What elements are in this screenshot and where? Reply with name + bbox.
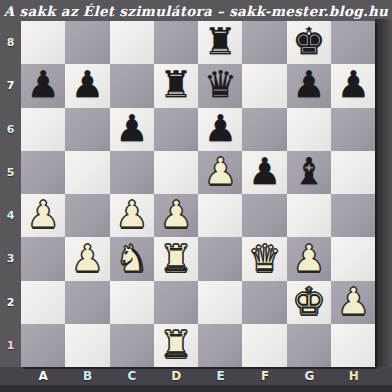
square-h3[interactable] bbox=[331, 237, 375, 280]
square-b8[interactable] bbox=[65, 21, 109, 64]
square-a1[interactable] bbox=[21, 324, 65, 367]
square-a5[interactable] bbox=[21, 151, 65, 194]
square-c4[interactable]: ♟ bbox=[110, 194, 154, 237]
white-knight-c3[interactable]: ♞ bbox=[115, 240, 148, 277]
square-a3[interactable] bbox=[21, 237, 65, 280]
frame-right-bevel bbox=[375, 19, 392, 392]
white-pawn-d4[interactable]: ♟ bbox=[159, 196, 192, 233]
file-labels: ABCDEFGH bbox=[21, 368, 376, 384]
square-g6[interactable] bbox=[287, 108, 331, 151]
square-e8[interactable]: ♜ bbox=[198, 21, 242, 64]
square-d6[interactable] bbox=[154, 108, 198, 151]
file-label-g: G bbox=[287, 368, 331, 384]
square-a6[interactable] bbox=[21, 108, 65, 151]
rank-labels: 87654321 bbox=[0, 21, 21, 367]
square-h1[interactable] bbox=[331, 324, 375, 367]
square-g7[interactable]: ♟ bbox=[287, 64, 331, 107]
black-pawn-e6[interactable]: ♟ bbox=[204, 110, 237, 147]
chess-board: ♜♚♟♟♜♛♟♟♟♟♟♟♝♟♟♟♟♞♜♛♟♚♟♜ bbox=[21, 21, 375, 367]
title-bar: A sakk az Élet szimulátora – sakk-mester… bbox=[0, 0, 392, 21]
square-g5[interactable]: ♝ bbox=[287, 151, 331, 194]
black-rook-e8[interactable]: ♜ bbox=[204, 23, 237, 60]
square-g2[interactable]: ♚ bbox=[287, 281, 331, 324]
rank-label-5: 5 bbox=[0, 151, 21, 194]
square-e1[interactable] bbox=[198, 324, 242, 367]
black-pawn-f5[interactable]: ♟ bbox=[248, 153, 281, 190]
square-d4[interactable]: ♟ bbox=[154, 194, 198, 237]
square-f5[interactable]: ♟ bbox=[242, 151, 286, 194]
square-f6[interactable] bbox=[242, 108, 286, 151]
rank-label-2: 2 bbox=[0, 281, 21, 324]
square-b2[interactable] bbox=[65, 281, 109, 324]
black-bishop-g5[interactable]: ♝ bbox=[292, 153, 325, 190]
square-e6[interactable]: ♟ bbox=[198, 108, 242, 151]
square-h2[interactable]: ♟ bbox=[331, 281, 375, 324]
square-c5[interactable] bbox=[110, 151, 154, 194]
square-g4[interactable] bbox=[287, 194, 331, 237]
square-e4[interactable] bbox=[198, 194, 242, 237]
rank-label-1: 1 bbox=[0, 324, 21, 367]
black-pawn-a7[interactable]: ♟ bbox=[27, 66, 60, 103]
file-label-f: F bbox=[243, 368, 287, 384]
white-pawn-a4[interactable]: ♟ bbox=[27, 196, 60, 233]
square-h7[interactable]: ♟ bbox=[331, 64, 375, 107]
square-b6[interactable] bbox=[65, 108, 109, 151]
square-b1[interactable] bbox=[65, 324, 109, 367]
square-f3[interactable]: ♛ bbox=[242, 237, 286, 280]
square-a2[interactable] bbox=[21, 281, 65, 324]
square-d1[interactable]: ♜ bbox=[154, 324, 198, 367]
chess-widget: A sakk az Élet szimulátora – sakk-mester… bbox=[0, 0, 392, 392]
rank-label-4: 4 bbox=[0, 194, 21, 237]
file-label-e: E bbox=[199, 368, 243, 384]
square-h8[interactable] bbox=[331, 21, 375, 64]
white-rook-d3[interactable]: ♜ bbox=[159, 240, 192, 277]
rank-label-6: 6 bbox=[0, 108, 21, 151]
white-pawn-b3[interactable]: ♟ bbox=[71, 240, 104, 277]
square-f2[interactable] bbox=[242, 281, 286, 324]
square-d8[interactable] bbox=[154, 21, 198, 64]
file-label-b: B bbox=[65, 368, 109, 384]
frame-bottom-bevel bbox=[0, 385, 392, 392]
rank-label-3: 3 bbox=[0, 237, 21, 280]
square-b5[interactable] bbox=[65, 151, 109, 194]
file-label-d: D bbox=[154, 368, 198, 384]
white-pawn-c4[interactable]: ♟ bbox=[115, 196, 148, 233]
square-f7[interactable] bbox=[242, 64, 286, 107]
black-pawn-c6[interactable]: ♟ bbox=[115, 110, 148, 147]
square-d2[interactable] bbox=[154, 281, 198, 324]
rank-label-7: 7 bbox=[0, 64, 21, 107]
white-rook-d1[interactable]: ♜ bbox=[159, 326, 192, 363]
square-d3[interactable]: ♜ bbox=[154, 237, 198, 280]
white-pawn-e5[interactable]: ♟ bbox=[204, 153, 237, 190]
square-g8[interactable]: ♚ bbox=[287, 21, 331, 64]
black-rook-d7[interactable]: ♜ bbox=[159, 66, 192, 103]
square-e2[interactable] bbox=[198, 281, 242, 324]
square-b3[interactable]: ♟ bbox=[65, 237, 109, 280]
square-c2[interactable] bbox=[110, 281, 154, 324]
square-b7[interactable]: ♟ bbox=[65, 64, 109, 107]
black-queen-e7[interactable]: ♛ bbox=[204, 66, 237, 103]
square-f1[interactable] bbox=[242, 324, 286, 367]
black-pawn-b7[interactable]: ♟ bbox=[71, 66, 104, 103]
square-f8[interactable] bbox=[242, 21, 286, 64]
square-c6[interactable]: ♟ bbox=[110, 108, 154, 151]
square-e3[interactable] bbox=[198, 237, 242, 280]
page-title: A sakk az Élet szimulátora – sakk-mester… bbox=[4, 3, 388, 19]
white-pawn-h2[interactable]: ♟ bbox=[337, 283, 370, 320]
square-b4[interactable] bbox=[65, 194, 109, 237]
square-c7[interactable] bbox=[110, 64, 154, 107]
black-pawn-g7[interactable]: ♟ bbox=[292, 66, 325, 103]
file-label-a: A bbox=[21, 368, 65, 384]
square-c3[interactable]: ♞ bbox=[110, 237, 154, 280]
black-king-g8[interactable]: ♚ bbox=[292, 23, 325, 60]
square-e5[interactable]: ♟ bbox=[198, 151, 242, 194]
file-label-c: C bbox=[110, 368, 154, 384]
white-queen-f3[interactable]: ♛ bbox=[248, 240, 281, 277]
white-pawn-g3[interactable]: ♟ bbox=[292, 240, 325, 277]
square-d7[interactable]: ♜ bbox=[154, 64, 198, 107]
black-pawn-h7[interactable]: ♟ bbox=[337, 66, 370, 103]
square-d5[interactable] bbox=[154, 151, 198, 194]
square-h5[interactable] bbox=[331, 151, 375, 194]
square-h6[interactable] bbox=[331, 108, 375, 151]
square-h4[interactable] bbox=[331, 194, 375, 237]
square-a7[interactable]: ♟ bbox=[21, 64, 65, 107]
rank-label-8: 8 bbox=[0, 21, 21, 64]
square-c8[interactable] bbox=[110, 21, 154, 64]
square-a8[interactable] bbox=[21, 21, 65, 64]
square-c1[interactable] bbox=[110, 324, 154, 367]
square-a4[interactable]: ♟ bbox=[21, 194, 65, 237]
square-e7[interactable]: ♛ bbox=[198, 64, 242, 107]
square-f4[interactable] bbox=[242, 194, 286, 237]
white-king-g2[interactable]: ♚ bbox=[292, 283, 325, 320]
square-g3[interactable]: ♟ bbox=[287, 237, 331, 280]
file-label-h: H bbox=[332, 368, 376, 384]
square-g1[interactable] bbox=[287, 324, 331, 367]
